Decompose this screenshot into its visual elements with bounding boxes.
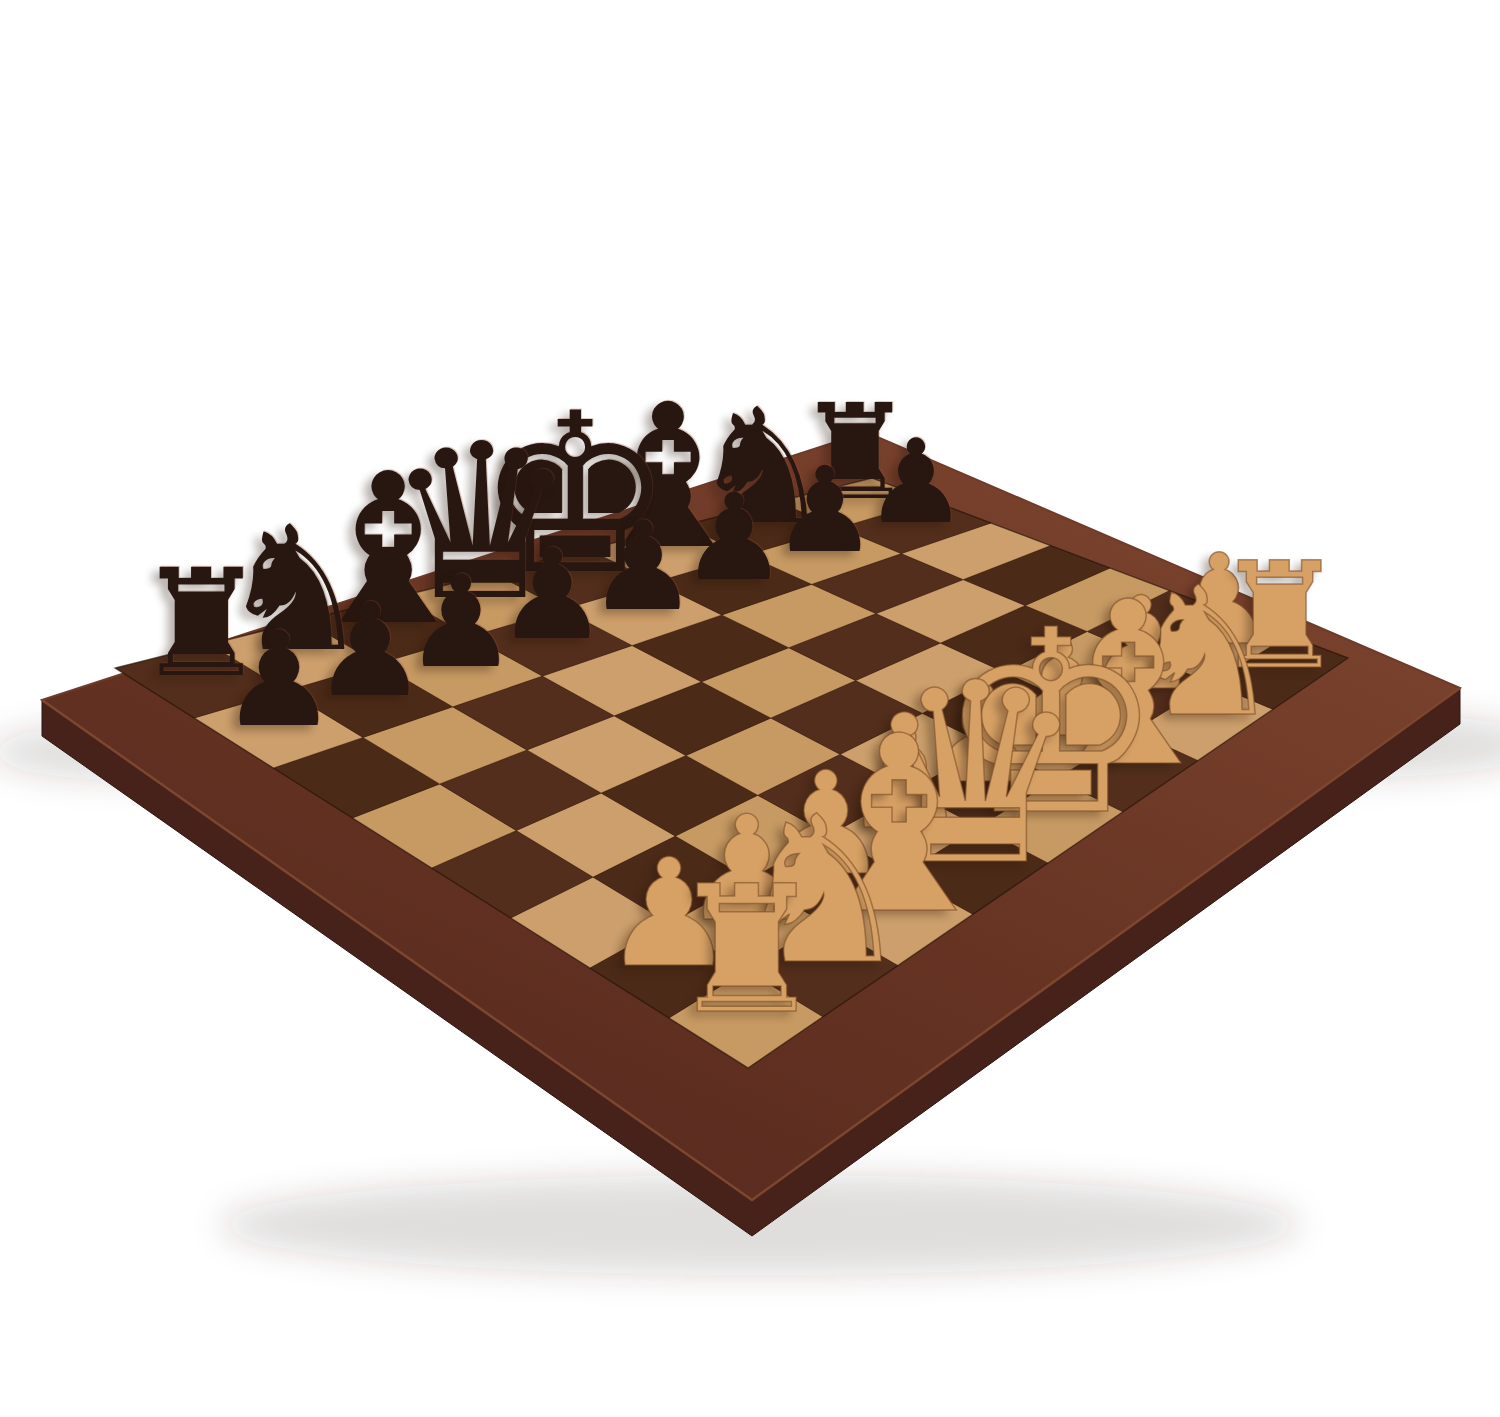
piece-black-pawn[interactable]: ♟ xyxy=(220,614,337,745)
chess-photo-scene: ♜♞♝♛♚♝♞♜♟♟♟♟♟♟♟♟♟♟♟♟♟♟♟♟♜♞♝♛♚♝♞♜ Space-a… xyxy=(0,0,1500,1417)
piece-white-rook[interactable]: ♜ xyxy=(668,863,826,1039)
piece-black-pawn[interactable]: ♟ xyxy=(864,424,968,540)
pieces-layer: ♜♞♝♛♚♝♞♜♟♟♟♟♟♟♟♟♟♟♟♟♟♟♟♟♜♞♝♛♚♝♞♜ xyxy=(0,0,1500,1417)
